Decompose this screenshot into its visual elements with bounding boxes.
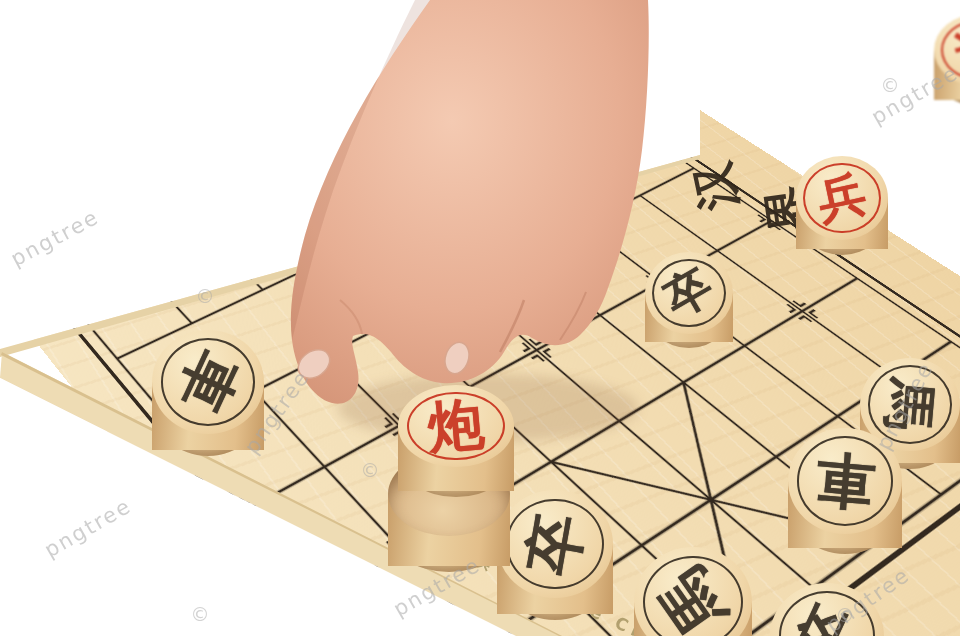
- copyright-mark: ©: [836, 604, 855, 626]
- copyright-mark: ©: [881, 74, 900, 96]
- hand-silhouette: [291, 0, 649, 404]
- copyright-mark: ©: [191, 603, 210, 625]
- copyright-mark: ©: [361, 459, 380, 481]
- photo-scene: 汉 界 中国象棋 Chinese Ches 兵 兵 卒 車 馬 車 卒: [0, 0, 960, 636]
- hand: [0, 0, 960, 636]
- copyright-mark: ©: [196, 285, 215, 307]
